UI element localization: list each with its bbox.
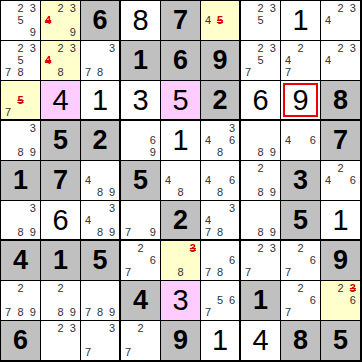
empty-slot [242,54,254,66]
candidate-2: 2 [54,282,66,294]
candidate-8: 8 [14,307,26,319]
cell-r9c9[interactable]: 5 [321,321,361,361]
cell-r7c2[interactable]: 1 [41,241,81,281]
empty-slot [82,202,94,214]
empty-slot [282,294,294,306]
cell-r3c7[interactable]: 6 [241,81,281,121]
candidate-3: 3 [67,322,79,334]
empty-slot [267,214,279,226]
empty-slot [307,307,319,319]
cell-r7c4[interactable]: 267 [121,241,161,281]
empty-slot [242,2,254,14]
empty-slot [214,134,226,146]
cell-r4c1[interactable]: 389 [1,121,41,161]
cell-r9c6[interactable]: 1 [201,321,241,361]
empty-slot [254,254,266,266]
empty-slot [187,254,199,266]
cell-r2c8[interactable]: 247 [281,41,321,81]
cell-r6c6[interactable]: 3478 [201,201,241,241]
empty-slot [2,214,14,226]
empty-slot [254,122,266,134]
empty-slot [347,307,359,319]
candidate-3: 3 [67,42,79,54]
empty-slot [134,267,146,279]
cell-r8c5[interactable]: 3 [161,281,201,321]
empty-slot [14,106,26,118]
candidate-7: 7 [282,67,294,79]
empty-slot [2,94,14,106]
candidate-7: 7 [282,307,294,319]
empty-slot [322,282,334,294]
given-digit-2: 2 [92,127,107,154]
candidate-3: 3 [347,2,359,14]
empty-slot [294,54,306,66]
empty-slot [347,14,359,26]
empty-slot [254,202,266,214]
empty-slot [307,67,319,79]
empty-slot [294,134,306,146]
empty-slot [267,67,279,79]
candidate-8: 8 [94,226,106,238]
empty-slot [134,147,146,159]
empty-slot [122,242,134,254]
cell-r4c8[interactable]: 46 [281,121,321,161]
empty-slot [2,202,14,214]
candidate-9: 9 [106,226,118,238]
empty-slot [347,67,359,79]
cell-r8c3[interactable]: 789 [81,281,121,321]
empty-slot [226,162,238,174]
empty-slot [294,147,306,159]
cell-r1c1[interactable]: 2359 [1,1,41,41]
empty-slot [347,54,359,66]
candidate-2: 2 [14,42,26,54]
empty-slot [42,294,54,306]
cell-r6c3[interactable]: 3489 [81,201,121,241]
empty-slot [42,322,54,334]
candidate-4: 4 [202,134,214,146]
empty-slot [94,294,106,306]
candidate-2: 2 [254,42,266,54]
empty-slot [267,267,279,279]
empty-slot [82,162,94,174]
eliminated-candidate-4: 4 [42,54,54,66]
candidate-5: 5 [14,54,26,66]
empty-slot [94,42,106,54]
cell-r2c9[interactable]: 234 [321,41,361,81]
empty-slot [307,122,319,134]
candidate-grid: 89 [242,122,279,159]
cell-r2c3[interactable]: 378 [81,41,121,81]
given-digit-5: 5 [53,127,68,154]
candidate-grid: 3489 [82,202,118,238]
candidate-3: 3 [27,202,39,214]
cell-r8c9[interactable]: 236 [321,281,361,321]
eliminated-candidate-5: 5 [14,94,26,106]
empty-slot [307,267,319,279]
cell-r7c8[interactable]: 267 [281,241,321,281]
cell-r9c5[interactable]: 9 [161,321,201,361]
empty-slot [122,322,134,334]
candidate-grid: 57 [2,82,39,118]
candidate-2: 2 [54,42,66,54]
cell-r9c4[interactable]: 27 [121,321,161,361]
empty-slot [174,162,186,174]
cell-r3c2[interactable]: 4 [41,81,81,121]
cell-r5c4[interactable]: 5 [121,161,161,201]
cell-r1c8[interactable]: 1 [281,1,321,41]
empty-slot [334,54,346,66]
empty-slot [226,226,238,238]
cell-r3c8[interactable]: 9 [281,81,321,121]
cell-r6c8[interactable]: 5 [281,201,321,241]
cell-r4c3[interactable]: 2 [81,121,121,161]
empty-slot [94,174,106,186]
given-digit-8: 8 [333,87,348,114]
empty-slot [147,347,159,359]
candidate-9: 9 [106,307,118,319]
candidate-grid: 89 [242,202,279,238]
empty-slot [242,226,254,238]
cell-r1c6[interactable]: 45 [201,1,241,41]
cell-r9c7[interactable]: 4 [241,321,281,361]
cell-r6c4[interactable]: 79 [121,201,161,241]
cell-r1c7[interactable]: 235 [241,1,281,41]
solved-digit-3: 3 [172,286,188,315]
empty-slot [202,187,214,199]
candidate-3: 3 [226,122,238,134]
cell-r6c1[interactable]: 389 [1,201,41,241]
candidate-grid: 23 [42,322,79,359]
empty-slot [254,174,266,186]
cell-r8c1[interactable]: 2789 [1,281,41,321]
cell-r4c5[interactable]: 1 [161,121,201,161]
empty-slot [27,282,39,294]
empty-slot [294,307,306,319]
empty-slot [307,242,319,254]
cell-r4c2[interactable]: 5 [41,121,81,161]
candidate-8: 8 [214,267,226,279]
given-digit-5: 5 [92,247,107,274]
empty-slot [54,27,66,39]
empty-slot [82,187,94,199]
candidate-8: 8 [254,187,266,199]
empty-slot [67,67,79,79]
given-digit-6: 6 [13,327,28,354]
cell-r8c8[interactable]: 267 [281,281,321,321]
empty-slot [254,134,266,146]
empty-slot [334,294,346,306]
cell-r6c2[interactable]: 6 [41,201,81,241]
candidate-grid: 789 [82,282,118,319]
empty-slot [27,82,39,94]
candidate-grid: 69 [122,122,159,159]
cell-r3c3[interactable]: 1 [81,81,121,121]
candidate-6: 6 [226,294,238,306]
cell-r1c4[interactable]: 8 [121,1,161,41]
candidate-grid: 236 [322,282,359,319]
cell-r4c9[interactable]: 7 [321,121,361,161]
cell-r9c1[interactable]: 6 [1,321,41,361]
cell-r8c7[interactable]: 1 [241,281,281,321]
candidate-7: 7 [202,226,214,238]
candidate-3: 3 [106,322,118,334]
empty-slot [54,347,66,359]
given-digit-5: 5 [293,207,308,234]
candidate-7: 7 [122,347,134,359]
empty-slot [187,187,199,199]
candidate-grid: 237 [242,242,279,279]
empty-slot [162,267,174,279]
empty-slot [267,122,279,134]
cell-r5c7[interactable]: 289 [241,161,281,201]
cell-r2c6[interactable]: 9 [201,41,241,81]
candidate-2: 2 [334,282,346,294]
candidate-4: 4 [202,174,214,186]
cell-r8c2[interactable]: 289 [41,281,81,321]
cell-r7c7[interactable]: 237 [241,241,281,281]
candidate-2: 2 [134,242,146,254]
empty-slot [2,294,14,306]
candidate-grid: 2349 [42,2,79,39]
empty-slot [307,54,319,66]
empty-slot [202,282,214,294]
candidate-grid: 45 [202,2,238,39]
empty-slot [242,174,254,186]
candidate-8: 8 [174,267,186,279]
candidate-7: 7 [2,307,14,319]
empty-slot [106,67,118,79]
eliminated-candidate-3: 3 [347,282,359,294]
cell-r4c6[interactable]: 3468 [201,121,241,161]
empty-slot [106,294,118,306]
empty-slot [94,214,106,226]
candidate-9: 9 [67,27,79,39]
empty-slot [27,54,39,66]
empty-slot [122,147,134,159]
cell-r2c4[interactable]: 1 [121,41,161,81]
cell-r3c5[interactable]: 5 [161,81,201,121]
candidate-7: 7 [2,67,14,79]
empty-slot [242,242,254,254]
candidate-grid: 27 [122,322,159,359]
candidate-6: 6 [307,254,319,266]
cell-r5c6[interactable]: 468 [201,161,241,201]
cell-r5c5[interactable]: 48 [161,161,201,201]
candidate-2: 2 [54,2,66,14]
sudoku-board: 2359234968745235123423578234837816923572… [0,0,362,362]
cell-r1c9[interactable]: 234 [321,1,361,41]
given-digit-7: 7 [333,127,348,154]
empty-slot [214,27,226,39]
cell-r7c1[interactable]: 4 [1,241,41,281]
cell-r3c4[interactable]: 3 [121,81,161,121]
cell-r7c9[interactable]: 9 [321,241,361,281]
empty-slot [334,67,346,79]
cell-r3c6[interactable]: 2 [201,81,241,121]
empty-slot [347,27,359,39]
empty-slot [134,334,146,346]
empty-slot [214,242,226,254]
cell-r5c9[interactable]: 246 [321,161,361,201]
empty-slot [134,254,146,266]
cell-r9c8[interactable]: 8 [281,321,321,361]
empty-slot [147,122,159,134]
cell-r5c1[interactable]: 1 [1,161,41,201]
empty-slot [322,67,334,79]
empty-slot [27,214,39,226]
empty-slot [242,254,254,266]
empty-slot [82,294,94,306]
candidate-7: 7 [202,267,214,279]
cell-r1c3[interactable]: 6 [81,1,121,41]
cell-r6c5[interactable]: 2 [161,201,201,241]
candidate-2: 2 [334,162,346,174]
empty-slot [134,134,146,146]
cell-r2c7[interactable]: 2357 [241,41,281,81]
empty-slot [147,267,159,279]
candidate-9: 9 [267,187,279,199]
empty-slot [294,294,306,306]
empty-slot [282,122,294,134]
empty-slot [14,214,26,226]
cell-r2c1[interactable]: 23578 [1,41,41,81]
cell-r9c3[interactable]: 37 [81,321,121,361]
empty-slot [294,67,306,79]
candidate-grid: 678 [202,242,238,279]
candidate-3: 3 [267,242,279,254]
cell-r3c9[interactable]: 8 [321,81,361,121]
empty-slot [214,2,226,14]
cell-r7c3[interactable]: 5 [81,241,121,281]
candidate-2: 2 [334,2,346,14]
empty-slot [254,214,266,226]
empty-slot [294,267,306,279]
given-digit-2: 2 [173,207,188,234]
given-digit-6: 6 [92,7,107,34]
empty-slot [122,202,134,214]
cell-r6c7[interactable]: 89 [241,201,281,241]
empty-slot [187,267,199,279]
empty-slot [226,14,238,26]
cell-r5c3[interactable]: 489 [81,161,121,201]
candidate-grid: 3478 [202,202,238,238]
candidate-6: 6 [347,294,359,306]
candidate-8: 8 [174,187,186,199]
empty-slot [122,254,134,266]
empty-slot [214,162,226,174]
empty-slot [82,54,94,66]
cell-r4c4[interactable]: 69 [121,121,161,161]
empty-slot [242,147,254,159]
empty-slot [214,282,226,294]
empty-slot [202,147,214,159]
cell-r9c2[interactable]: 23 [41,321,81,361]
solved-digit-1: 1 [292,6,308,35]
empty-slot [2,82,14,94]
cell-r4c7[interactable]: 89 [241,121,281,161]
candidate-9: 9 [67,307,79,319]
candidate-9: 9 [106,187,118,199]
empty-slot [267,162,279,174]
cell-r8c6[interactable]: 567 [201,281,241,321]
empty-slot [2,147,14,159]
empty-slot [242,122,254,134]
candidate-4: 4 [82,174,94,186]
candidate-8: 8 [14,226,26,238]
empty-slot [162,187,174,199]
candidate-4: 4 [162,174,174,186]
empty-slot [322,2,334,14]
candidate-6: 6 [307,294,319,306]
cell-r5c2[interactable]: 7 [41,161,81,201]
candidate-9: 9 [27,27,39,39]
empty-slot [226,214,238,226]
cell-r8c4[interactable]: 4 [121,281,161,321]
empty-slot [307,147,319,159]
cell-r3c1[interactable]: 57 [1,81,41,121]
empty-slot [94,162,106,174]
empty-slot [54,334,66,346]
empty-slot [82,322,94,334]
empty-slot [202,294,214,306]
candidate-2: 2 [54,322,66,334]
cell-r1c5[interactable]: 7 [161,1,201,41]
candidate-8: 8 [94,67,106,79]
empty-slot [147,322,159,334]
cell-r2c5[interactable]: 6 [161,41,201,81]
empty-slot [27,294,39,306]
solved-digit-6: 6 [52,206,68,235]
empty-slot [2,14,14,26]
empty-slot [67,14,79,26]
solved-digit-1: 1 [332,206,348,235]
empty-slot [14,82,26,94]
candidate-8: 8 [54,67,66,79]
empty-slot [282,42,294,54]
empty-slot [14,27,26,39]
empty-slot [122,334,134,346]
cell-r6c9[interactable]: 1 [321,201,361,241]
empty-slot [94,202,106,214]
cell-r7c6[interactable]: 678 [201,241,241,281]
candidate-grid: 2359 [2,2,39,39]
candidate-5: 5 [14,14,26,26]
empty-slot [226,307,238,319]
candidate-7: 7 [242,67,254,79]
candidate-grid: 234 [322,2,359,39]
empty-slot [134,226,146,238]
empty-slot [254,267,266,279]
given-digit-6: 6 [173,47,188,74]
cell-r5c8[interactable]: 3 [281,161,321,201]
cell-r1c2[interactable]: 2349 [41,1,81,41]
empty-slot [67,334,79,346]
empty-slot [106,334,118,346]
cell-r2c2[interactable]: 2348 [41,41,81,81]
candidate-grid: 46 [282,122,319,159]
candidate-7: 7 [122,226,134,238]
empty-slot [42,67,54,79]
empty-slot [202,2,214,14]
cell-r7c5[interactable]: 38 [161,241,201,281]
empty-slot [282,242,294,254]
solved-digit-1: 1 [212,326,228,355]
empty-slot [282,282,294,294]
given-digit-9: 9 [173,327,188,354]
candidate-9: 9 [267,226,279,238]
empty-slot [2,282,14,294]
